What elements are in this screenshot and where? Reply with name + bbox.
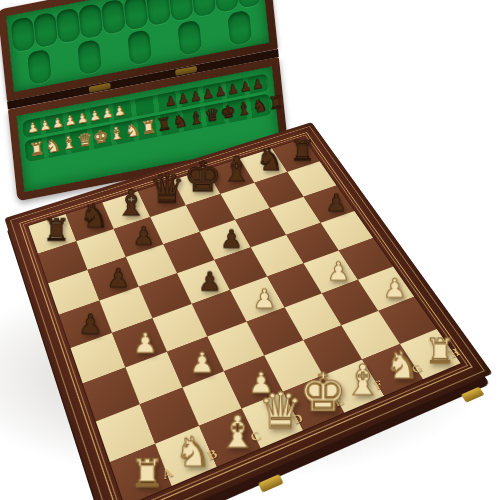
- square-c2: [183, 371, 242, 426]
- board-scene: ♜♞♝♛♚♝♞♜♟♟♟♟♟♟♟♟♟♟♟♟♜♞♝♛♚♝♞♜ ABCDEFGH112…: [0, 0, 500, 500]
- board-grid: ♜♞♝♛♚♝♞♜♟♟♟♟♟♟♟♟♟♟♟♟♜♞♝♛♚♝♞♜: [28, 138, 460, 500]
- piece-black-rook-h8: ♜: [285, 137, 321, 165]
- brass-latch-icon: [461, 387, 485, 403]
- square-g4: ♟: [303, 250, 357, 293]
- piece-black-rook-a8: ♜: [37, 215, 76, 246]
- brass-latch-icon: [258, 474, 284, 493]
- piece-black-pawn-h6: ♟: [317, 191, 355, 215]
- chessboard: ♜♞♝♛♚♝♞♜♟♟♟♟♟♟♟♟♟♟♟♟♜♞♝♛♚♝♞♜ ABCDEFGH112…: [4, 122, 492, 500]
- piece-black-pawn-d5: ♟: [189, 269, 230, 295]
